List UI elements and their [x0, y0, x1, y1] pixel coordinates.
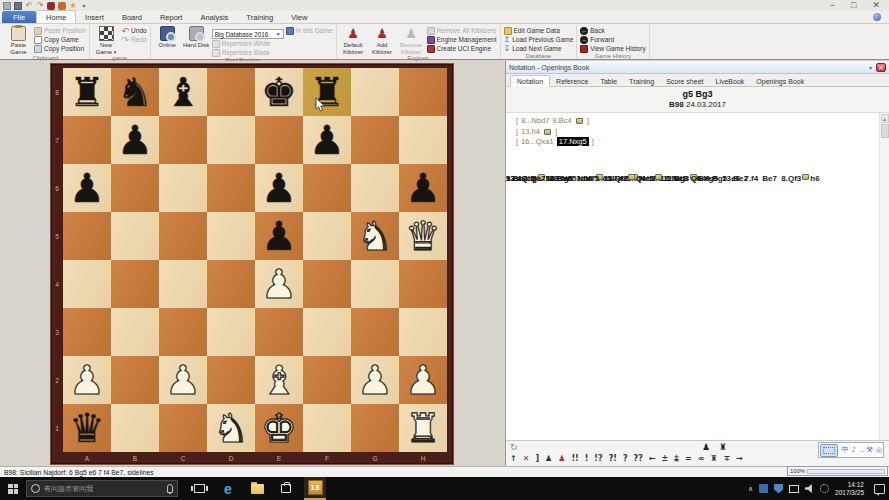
- clock-time: 14:12: [835, 481, 864, 489]
- language-icon[interactable]: 中: [841, 444, 848, 457]
- mouse-cursor: [315, 98, 327, 112]
- black-pawn[interactable]: ♟: [69, 164, 105, 212]
- notation-line[interactable]: 17.c3 Qe7 18.0-0: [506, 174, 889, 406]
- load-previous-game-button[interactable]: ↥Load Previous Game: [504, 36, 574, 44]
- annotation-symbol[interactable]: !?: [594, 453, 602, 465]
- default-kibitzer-button[interactable]: ♟ Default Kibitzer: [340, 25, 367, 55]
- security-shield-icon[interactable]: [774, 484, 783, 494]
- window-controls: − □ ✕: [830, 1, 886, 10]
- chessbase-window: ↶ ↷ ★ ▾ − □ ✕ FileHomeInsertBoardReportA…: [0, 0, 889, 500]
- notation-tab-score-sheet[interactable]: Score sheet: [660, 76, 709, 86]
- file-label-g: G: [351, 452, 399, 464]
- square-a7[interactable]: [63, 116, 111, 164]
- menu-tab-view[interactable]: View: [282, 11, 316, 23]
- rank-label-2: 2: [51, 356, 63, 404]
- copy-game-button[interactable]: Copy Game: [34, 36, 86, 44]
- new-game-button[interactable]: New Game ▾: [93, 25, 120, 55]
- notation-line[interactable]: [ 13.h4 ]: [511, 127, 875, 138]
- square-a2[interactable]: ♟: [63, 356, 111, 404]
- dropdown-caret-icon: ▾: [114, 49, 117, 55]
- white-rook[interactable]: ♜: [405, 404, 441, 452]
- square-a1[interactable]: ♛: [63, 404, 111, 452]
- square-c5[interactable]: [159, 212, 207, 260]
- white-pawn[interactable]: ♟: [69, 356, 105, 404]
- back-button[interactable]: ←Back: [580, 27, 646, 35]
- game-title: g5 Bg3: [506, 89, 889, 99]
- ribbon: Paste Game Paste Position Copy Game Copy…: [0, 24, 889, 60]
- menu-tab-home[interactable]: Home: [36, 10, 76, 23]
- file-label-h: H: [399, 452, 447, 464]
- menu-tab-training[interactable]: Training: [237, 11, 282, 23]
- annotation-symbol[interactable]: ?!: [609, 453, 617, 465]
- annotation-symbol[interactable]: ↑: [510, 453, 517, 465]
- square-b7[interactable]: ♟: [111, 116, 159, 164]
- square-c4[interactable]: [159, 260, 207, 308]
- scroll-up-icon[interactable]: ▲: [881, 114, 889, 123]
- square-e7[interactable]: [255, 116, 303, 164]
- cortana-search-box[interactable]: 有问题尽管问我: [26, 480, 178, 497]
- board-frame: 87654321 ♜♞♝♚♜♟♟♟♟♟♟♞♛♟♟♟♝♟♟♛♞♚♜ ABCDEFG…: [50, 63, 454, 465]
- in-this-game-button[interactable]: In this Game: [286, 27, 333, 35]
- square-c2[interactable]: ♟: [159, 356, 207, 404]
- square-e5[interactable]: ♟: [255, 212, 303, 260]
- current-move[interactable]: 17.Nxg5: [557, 137, 589, 146]
- move-text[interactable]: [ 13.h4: [516, 127, 540, 136]
- menu-tab-file[interactable]: File: [2, 11, 36, 23]
- section-label: Game History: [580, 53, 646, 60]
- white-king[interactable]: ♚: [261, 404, 297, 452]
- redo-icon[interactable]: ↷: [36, 2, 44, 10]
- file-explorer-button[interactable]: [246, 477, 268, 500]
- title-bar: ↶ ↷ ★ ▾ − □ ✕: [0, 0, 889, 11]
- database-select[interactable]: Big Database 2016 ▼: [212, 29, 284, 39]
- create-uci-engine-button[interactable]: Create UCI Engine: [427, 45, 497, 53]
- menu-tab-analysis[interactable]: Analysis: [191, 11, 237, 23]
- online-search-icon: [160, 26, 175, 41]
- move-text[interactable]: ]: [555, 127, 557, 136]
- search-placeholder: 有问题尽管问我: [44, 484, 163, 494]
- notation-tabs: NotationReferenceTableTrainingScore shee…: [506, 74, 889, 87]
- volume-icon[interactable]: [805, 484, 814, 493]
- notation-tab-notation[interactable]: Notation: [510, 75, 550, 87]
- view-game-history-icon: [580, 45, 588, 53]
- board-pane: 87654321 ♜♞♝♚♜♟♟♟♟♟♟♞♛♟♟♟♝♟♟♛♞♚♜ ABCDEFG…: [0, 61, 505, 466]
- ribbon-section-engines: ♟ Default Kibitzer ♟ Add Kibitzer ♟ Remo…: [337, 25, 501, 59]
- load-next-game-button[interactable]: ↧Load Next Game: [504, 45, 574, 53]
- undo-button[interactable]: ↶Undo: [122, 27, 147, 35]
- hard-disk-icon: [189, 26, 204, 41]
- annotation-symbol[interactable]: ∞: [698, 453, 705, 465]
- square-e1[interactable]: ♚: [255, 404, 303, 452]
- square-g5[interactable]: ♞: [351, 212, 399, 260]
- square-f7[interactable]: ♟: [303, 116, 351, 164]
- engine-management-icon: [427, 36, 435, 44]
- move-text[interactable]: [ 8...Nbd7 9.Bc4: [516, 116, 572, 125]
- annotation-symbol[interactable]: ←: [649, 453, 656, 465]
- square-a4[interactable]: [63, 260, 111, 308]
- refresh-icon[interactable]: ↻: [510, 442, 518, 452]
- progress-indicator: 100%: [787, 466, 888, 476]
- repertoire-white-button[interactable]: Repertoire White: [212, 40, 284, 48]
- square-b1[interactable]: [111, 404, 159, 452]
- square-a5[interactable]: [63, 212, 111, 260]
- menu-tab-insert[interactable]: Insert: [76, 11, 113, 23]
- square-e2[interactable]: ♝: [255, 356, 303, 404]
- moves-scrollbar[interactable]: ▲: [879, 113, 889, 440]
- taskbar-clock[interactable]: 14:12 2017/3/25: [835, 481, 864, 496]
- game-header: g5 Bg3 B98 24.03.2017: [506, 87, 889, 113]
- black-king[interactable]: ♚: [261, 68, 297, 116]
- remove-kibitzer-button[interactable]: ♟ Remove Kibitzer: [398, 25, 425, 55]
- square-h4[interactable]: [399, 260, 447, 308]
- forward-icon: →: [580, 36, 588, 44]
- add-kibitzer-icon: ♟: [375, 26, 390, 41]
- move-text[interactable]: ]: [587, 116, 589, 125]
- square-h6[interactable]: ♟: [399, 164, 447, 212]
- square-b6[interactable]: [111, 164, 159, 212]
- notation-pane: Notation - Openings Book ▾ ✕ NotationRef…: [505, 61, 889, 466]
- annotation-symbol[interactable]: ]: [535, 453, 539, 465]
- square-d4[interactable]: [207, 260, 255, 308]
- black-queen[interactable]: ♛: [69, 404, 105, 452]
- square-e6[interactable]: ♟: [255, 164, 303, 212]
- section-label: Database: [504, 53, 574, 60]
- black-rook[interactable]: ♜: [69, 68, 105, 116]
- openings-book-icon: [576, 118, 583, 124]
- copy-game-icon: [34, 36, 42, 44]
- kibitzer-icon[interactable]: [47, 2, 55, 10]
- notation-pane-header[interactable]: Notation - Openings Book ▾ ✕: [506, 61, 889, 74]
- square-f6[interactable]: [303, 164, 351, 212]
- tools-icon[interactable]: ⚒: [867, 444, 873, 457]
- note-icon[interactable]: ♪: [851, 444, 855, 457]
- square-c8[interactable]: ♝: [159, 68, 207, 116]
- cortana-icon: [31, 484, 40, 493]
- square-a6[interactable]: ♟: [63, 164, 111, 212]
- main-area: 87654321 ♜♞♝♚♜♟♟♟♟♟♟♞♛♟♟♟♝♟♟♛♞♚♜ ABCDEFG…: [0, 61, 889, 466]
- remove-all-kibitzers-icon: [427, 27, 435, 35]
- quick-access-toolbar: ↶ ↷ ★ ▾: [3, 2, 88, 10]
- rank-labels: 87654321: [51, 68, 63, 452]
- annotation-symbol[interactable]: ⩲: [674, 453, 679, 465]
- white-knight[interactable]: ♞: [213, 404, 249, 452]
- forward-button[interactable]: →Forward: [580, 36, 646, 44]
- in-this-game-icon: [286, 27, 294, 35]
- redo-button[interactable]: ↷Redo: [122, 36, 147, 44]
- tray-settings-icon[interactable]: [820, 484, 829, 493]
- square-h8[interactable]: [399, 68, 447, 116]
- square-a3[interactable]: [63, 308, 111, 356]
- system-tray: ∧ 14:12 2017/3/25: [748, 481, 889, 496]
- edge-button[interactable]: e: [217, 477, 239, 500]
- hard-disk-button[interactable]: Hard Disk: [183, 25, 210, 49]
- square-d5[interactable]: [207, 212, 255, 260]
- square-f5[interactable]: [303, 212, 351, 260]
- annotation-symbol[interactable]: ??: [634, 453, 643, 465]
- square-g1[interactable]: [351, 404, 399, 452]
- undo-icon[interactable]: ↶: [25, 2, 33, 10]
- game-date: 24.03.2017: [686, 100, 726, 109]
- notation-line[interactable]: [ 8...Nbd7 9.Bc4 ]: [511, 116, 875, 127]
- view-game-history-button[interactable]: View Game History: [580, 45, 646, 53]
- moves-area[interactable]: 1.e4 c5 2.Nf3 d6 3.d4 cxd4 4.Nxd4 Nf6 5.…: [506, 113, 889, 440]
- square-c3[interactable]: [159, 308, 207, 356]
- notation-tab-openings-book[interactable]: Openings Book: [750, 76, 810, 86]
- chessbase-icon: 13: [308, 480, 323, 495]
- square-d8[interactable]: [207, 68, 255, 116]
- app-icon: [3, 2, 11, 10]
- move-text[interactable]: ]: [592, 137, 594, 146]
- scroll-thumb[interactable]: [881, 124, 889, 138]
- white-queen[interactable]: ♛: [405, 212, 441, 260]
- menu-bar: FileHomeInsertBoardReportAnalysisTrainin…: [0, 11, 889, 24]
- square-h2[interactable]: ♟: [399, 356, 447, 404]
- network-icon[interactable]: [789, 485, 799, 493]
- moves-list: 1.e4 c5 2.Nf3 d6 3.d4 cxd4 4.Nxd4 Nf6 5.…: [511, 116, 875, 148]
- undo-arrow-icon: ↶: [122, 27, 130, 35]
- pane-close-icon[interactable]: ✕: [876, 63, 886, 72]
- square-f8[interactable]: ♜: [303, 68, 351, 116]
- ime-toolbar: 中 ♪ ‥ ⚒ ◎: [818, 442, 884, 458]
- square-d7[interactable]: [207, 116, 255, 164]
- file-label-b: B: [111, 452, 159, 464]
- pane-menu-caret-icon[interactable]: ▾: [869, 64, 876, 71]
- ribbon-section-clipboard: Paste Game Paste Position Copy Game Copy…: [2, 25, 90, 59]
- repertoire-white-icon: [212, 40, 220, 48]
- close-button[interactable]: ✕: [872, 1, 880, 10]
- eco-code: B98: [669, 100, 684, 109]
- clipboard-icon: [11, 26, 26, 41]
- black-pawn[interactable]: ♟: [309, 116, 345, 164]
- black-knight[interactable]: ♞: [117, 68, 153, 116]
- save-icon[interactable]: [14, 2, 22, 10]
- quick-access-caret-icon[interactable]: ▾: [80, 2, 88, 10]
- white-pawn[interactable]: ♟: [405, 356, 441, 404]
- move-text[interactable]: 17.c3 Qe7 18.0-0: [506, 174, 572, 406]
- square-f1[interactable]: [303, 404, 351, 452]
- square-b3[interactable]: [111, 308, 159, 356]
- add-kibitzer-button[interactable]: ♟ Add Kibitzer: [369, 25, 396, 55]
- minimize-button[interactable]: −: [830, 1, 835, 10]
- square-d1[interactable]: ♞: [207, 404, 255, 452]
- square-f3[interactable]: [303, 308, 351, 356]
- windows-logo-icon: [8, 484, 18, 494]
- white-pawn[interactable]: ♟: [261, 260, 297, 308]
- copy-position-button[interactable]: Copy Position: [34, 45, 86, 53]
- repertoire-black-button[interactable]: Repertoire Black: [212, 49, 284, 57]
- square-g4[interactable]: [351, 260, 399, 308]
- chess-board[interactable]: ♜♞♝♚♜♟♟♟♟♟♟♞♛♟♟♟♝♟♟♛♞♚♜: [63, 68, 447, 452]
- square-d6[interactable]: [207, 164, 255, 212]
- rank-label-4: 4: [51, 260, 63, 308]
- square-g7[interactable]: [351, 116, 399, 164]
- store-button[interactable]: [275, 477, 297, 500]
- file-label-c: C: [159, 452, 207, 464]
- black-pawn[interactable]: ♟: [261, 164, 297, 212]
- square-h3[interactable]: [399, 308, 447, 356]
- square-h7[interactable]: [399, 116, 447, 164]
- remove-all-kibitzers-button[interactable]: Remove All Kibitzers: [427, 27, 497, 35]
- select-caret-icon: ▼: [276, 31, 281, 37]
- action-center-icon[interactable]: [874, 484, 885, 494]
- square-g2[interactable]: ♟: [351, 356, 399, 404]
- square-a8[interactable]: ♜: [63, 68, 111, 116]
- favorite-icon[interactable]: ★: [69, 2, 77, 10]
- clock-date: 2017/3/25: [835, 489, 864, 497]
- microphone-icon[interactable]: [167, 484, 173, 493]
- piece-buttons[interactable]: ♟ ♜: [702, 442, 730, 452]
- move-text[interactable]: [ 16...Qxa1: [516, 137, 554, 146]
- copy-position-icon: [34, 45, 42, 53]
- task-view-button[interactable]: [188, 477, 210, 500]
- black-pawn[interactable]: ♟: [405, 164, 441, 212]
- progress-label: 100%: [790, 468, 805, 474]
- start-button[interactable]: [0, 477, 26, 500]
- square-e8[interactable]: ♚: [255, 68, 303, 116]
- menu-tab-board[interactable]: Board: [113, 11, 151, 23]
- edit-game-data-icon: [504, 27, 512, 35]
- square-d2[interactable]: [207, 356, 255, 404]
- load-previous-icon: ↥: [504, 36, 511, 44]
- ribbon-section-game-history: ←Back →Forward View Game History Game Hi…: [577, 25, 650, 59]
- white-pawn[interactable]: ♟: [165, 356, 201, 404]
- file-label-e: E: [255, 452, 303, 464]
- repertoire-black-icon: [212, 49, 220, 57]
- menu-tab-report[interactable]: Report: [151, 11, 192, 23]
- paste-position-button[interactable]: Paste Position: [34, 27, 86, 35]
- notation-tab-reference[interactable]: Reference: [550, 76, 594, 86]
- square-b2[interactable]: [111, 356, 159, 404]
- notation-tab-table[interactable]: Table: [594, 76, 623, 86]
- load-next-icon: ↧: [504, 45, 511, 53]
- annotation-symbol[interactable]: ✕: [523, 453, 530, 465]
- remove-kibitzer-icon: ♟: [404, 26, 419, 41]
- file-label-d: D: [207, 452, 255, 464]
- white-knight[interactable]: ♞: [357, 212, 393, 260]
- chessbase-taskbar-button[interactable]: 13: [304, 477, 326, 500]
- square-b8[interactable]: ♞: [111, 68, 159, 116]
- file-label-f: F: [303, 452, 351, 464]
- taskbar: 有问题尽管问我 e 13 ∧ 14:12 2017/3/25: [0, 477, 889, 500]
- ribbon-section-database: Edit Game Data ↥Load Previous Game ↧Load…: [501, 25, 578, 59]
- file-labels: ABCDEFGH: [63, 452, 447, 464]
- openings-book-icon: [544, 129, 551, 135]
- default-kibitzer-icon: ♟: [346, 26, 361, 41]
- store-icon: [281, 484, 291, 493]
- annotation-symbol[interactable]: ∓: [724, 453, 731, 465]
- square-e4[interactable]: ♟: [255, 260, 303, 308]
- paste-game-button[interactable]: Paste Game: [5, 25, 32, 55]
- annotation-symbol[interactable]: ?: [623, 453, 628, 465]
- status-text: B98: Sicilian Najdorf: 6 Bg5 e6 7 f4 Be7…: [4, 469, 154, 476]
- rank-label-3: 3: [51, 308, 63, 356]
- back-icon: ←: [580, 27, 588, 35]
- task-view-icon: [194, 484, 205, 493]
- square-f2[interactable]: [303, 356, 351, 404]
- rank-label-6: 6: [51, 164, 63, 212]
- folder-icon: [251, 484, 264, 494]
- online-button[interactable]: Online: [154, 25, 181, 49]
- annotation-symbol[interactable]: →: [736, 453, 743, 465]
- notation-tab-livebook[interactable]: LiveBook: [710, 76, 751, 86]
- notation-line[interactable]: [ 16...Qxa1 17.Nxg5 ]: [511, 137, 875, 148]
- annotation-symbol[interactable]: !: [585, 453, 589, 465]
- help-icon[interactable]: [873, 13, 881, 21]
- settings-icon[interactable]: ◎: [876, 444, 882, 457]
- pane-title: Notation - Openings Book: [509, 64, 589, 71]
- create-uci-engine-icon: [427, 45, 435, 53]
- square-e3[interactable]: [255, 308, 303, 356]
- annotation-symbol[interactable]: ♟: [558, 453, 565, 465]
- ribbon-section-find-position: Online Hard Disk Big Database 2016 ▼ Rep…: [151, 25, 337, 59]
- rank-label-8: 8: [51, 68, 63, 116]
- white-pawn[interactable]: ♟: [357, 356, 393, 404]
- edge-icon: e: [224, 481, 232, 497]
- engine-management-button[interactable]: Engine Management: [427, 36, 497, 44]
- black-pawn[interactable]: ♟: [261, 212, 297, 260]
- square-d3[interactable]: [207, 308, 255, 356]
- rank-label-7: 7: [51, 116, 63, 164]
- square-h5[interactable]: ♛: [399, 212, 447, 260]
- square-h1[interactable]: ♜: [399, 404, 447, 452]
- annotation-symbol[interactable]: ♟: [545, 453, 552, 465]
- square-g8[interactable]: [351, 68, 399, 116]
- more-icon[interactable]: ‥: [859, 444, 864, 457]
- file-label-a: A: [63, 452, 111, 464]
- square-f4[interactable]: [303, 260, 351, 308]
- square-c1[interactable]: [159, 404, 207, 452]
- square-b5[interactable]: [111, 212, 159, 260]
- annotation-symbol[interactable]: ±: [662, 453, 669, 465]
- notation-tab-training[interactable]: Training: [623, 76, 660, 86]
- hidden-icons-caret[interactable]: ∧: [748, 484, 753, 494]
- status-bar: B98: Sicilian Najdorf: 6 Bg5 e6 7 f4 Be7…: [0, 466, 889, 477]
- rank-label-1: 1: [51, 404, 63, 452]
- new-game-icon: [99, 26, 114, 41]
- square-g3[interactable]: [351, 308, 399, 356]
- user-icon[interactable]: [58, 2, 66, 10]
- ribbon-section-game: New Game ▾ ↶Undo ↷Redo game: [90, 25, 151, 59]
- game-meta: B98 24.03.2017: [506, 100, 889, 109]
- progress-track: [807, 469, 885, 474]
- annotation-symbol[interactable]: =: [685, 453, 692, 465]
- square-c6[interactable]: [159, 164, 207, 212]
- annotation-symbol[interactable]: ♜: [710, 453, 717, 465]
- redo-arrow-icon: ↷: [122, 36, 130, 44]
- black-pawn[interactable]: ♟: [117, 116, 153, 164]
- onedrive-icon[interactable]: [759, 484, 768, 493]
- black-bishop[interactable]: ♝: [165, 68, 201, 116]
- keyboard-icon[interactable]: [820, 444, 838, 457]
- edit-game-data-button[interactable]: Edit Game Data: [504, 27, 574, 35]
- annotation-symbol[interactable]: !!: [571, 453, 578, 465]
- paste-position-icon: [34, 27, 42, 35]
- white-bishop[interactable]: ♝: [261, 356, 297, 404]
- rank-label-5: 5: [51, 212, 63, 260]
- maximize-button[interactable]: □: [851, 1, 856, 10]
- square-c7[interactable]: [159, 116, 207, 164]
- square-g6[interactable]: [351, 164, 399, 212]
- square-b4[interactable]: [111, 260, 159, 308]
